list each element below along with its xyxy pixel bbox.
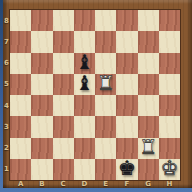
square-c1[interactable] bbox=[53, 159, 74, 180]
square-c7[interactable] bbox=[53, 31, 74, 52]
square-b7[interactable] bbox=[31, 31, 52, 52]
square-b6[interactable] bbox=[31, 53, 52, 74]
square-b5[interactable] bbox=[31, 74, 52, 95]
square-d6[interactable]: ♝ bbox=[74, 53, 95, 74]
square-e2[interactable] bbox=[95, 138, 116, 159]
chess-board-frame: 87654321 ♝♝♜♜♚♚ ABCDEFGH bbox=[3, 0, 192, 188]
square-g6[interactable] bbox=[138, 53, 159, 74]
square-e8[interactable] bbox=[95, 10, 116, 31]
rank-label-5: 5 bbox=[3, 74, 10, 95]
square-e5[interactable]: ♜ bbox=[95, 74, 116, 95]
square-b3[interactable] bbox=[31, 116, 52, 137]
square-a3[interactable] bbox=[10, 116, 31, 137]
square-b4[interactable] bbox=[31, 95, 52, 116]
square-b8[interactable] bbox=[31, 10, 52, 31]
square-g3[interactable] bbox=[138, 116, 159, 137]
square-f6[interactable] bbox=[116, 53, 137, 74]
white-rook-g2[interactable]: ♜ bbox=[139, 138, 157, 158]
square-d2[interactable] bbox=[74, 138, 95, 159]
square-f4[interactable] bbox=[116, 95, 137, 116]
square-c4[interactable] bbox=[53, 95, 74, 116]
square-c2[interactable] bbox=[53, 138, 74, 159]
file-label-e: E bbox=[95, 180, 116, 188]
square-e4[interactable] bbox=[95, 95, 116, 116]
square-g8[interactable] bbox=[138, 10, 159, 31]
file-label-b: B bbox=[31, 180, 52, 188]
square-a6[interactable] bbox=[10, 53, 31, 74]
square-e7[interactable] bbox=[95, 31, 116, 52]
square-f3[interactable] bbox=[116, 116, 137, 137]
square-h5[interactable] bbox=[159, 74, 180, 95]
square-c6[interactable] bbox=[53, 53, 74, 74]
square-d5[interactable]: ♝ bbox=[74, 74, 95, 95]
rank-label-3: 3 bbox=[3, 116, 10, 137]
white-king-h1[interactable]: ♚ bbox=[160, 159, 178, 179]
square-h3[interactable] bbox=[159, 116, 180, 137]
rank-label-6: 6 bbox=[3, 53, 10, 74]
square-c5[interactable] bbox=[53, 74, 74, 95]
square-c8[interactable] bbox=[53, 10, 74, 31]
square-f8[interactable] bbox=[116, 10, 137, 31]
square-d8[interactable] bbox=[74, 10, 95, 31]
square-b2[interactable] bbox=[31, 138, 52, 159]
square-h8[interactable] bbox=[159, 10, 180, 31]
square-g2[interactable]: ♜ bbox=[138, 138, 159, 159]
square-d7[interactable] bbox=[74, 31, 95, 52]
file-label-h: H bbox=[159, 180, 180, 188]
square-a1[interactable] bbox=[10, 159, 31, 180]
square-f2[interactable] bbox=[116, 138, 137, 159]
square-h1[interactable]: ♚ bbox=[159, 159, 180, 180]
file-label-c: C bbox=[53, 180, 74, 188]
square-a7[interactable] bbox=[10, 31, 31, 52]
square-h4[interactable] bbox=[159, 95, 180, 116]
square-a2[interactable] bbox=[10, 138, 31, 159]
square-b1[interactable] bbox=[31, 159, 52, 180]
square-a5[interactable] bbox=[10, 74, 31, 95]
file-label-d: D bbox=[74, 180, 95, 188]
file-label-f: F bbox=[116, 180, 137, 188]
file-label-g: G bbox=[138, 180, 159, 188]
square-d4[interactable] bbox=[74, 95, 95, 116]
square-f7[interactable] bbox=[116, 31, 137, 52]
square-g7[interactable] bbox=[138, 31, 159, 52]
square-a8[interactable] bbox=[10, 10, 31, 31]
square-g4[interactable] bbox=[138, 95, 159, 116]
square-h2[interactable] bbox=[159, 138, 180, 159]
rank-label-8: 8 bbox=[3, 10, 10, 31]
square-h6[interactable] bbox=[159, 53, 180, 74]
square-a4[interactable] bbox=[10, 95, 31, 116]
file-label-a: A bbox=[10, 180, 31, 188]
black-bishop-d5[interactable]: ♝ bbox=[75, 74, 93, 94]
board[interactable]: ♝♝♜♜♚♚ bbox=[10, 10, 180, 180]
square-c3[interactable] bbox=[53, 116, 74, 137]
rank-label-1: 1 bbox=[3, 159, 10, 180]
rank-label-4: 4 bbox=[3, 95, 10, 116]
rank-labels: 87654321 bbox=[3, 10, 10, 180]
square-e1[interactable] bbox=[95, 159, 116, 180]
square-d1[interactable] bbox=[74, 159, 95, 180]
app-background: 87654321 ♝♝♜♜♚♚ ABCDEFGH bbox=[0, 0, 192, 192]
black-bishop-d6[interactable]: ♝ bbox=[75, 53, 93, 73]
rank-label-2: 2 bbox=[3, 138, 10, 159]
square-h7[interactable] bbox=[159, 31, 180, 52]
square-f1[interactable]: ♚ bbox=[116, 159, 137, 180]
square-e3[interactable] bbox=[95, 116, 116, 137]
square-g1[interactable] bbox=[138, 159, 159, 180]
rank-label-7: 7 bbox=[3, 31, 10, 52]
square-e6[interactable] bbox=[95, 53, 116, 74]
square-g5[interactable] bbox=[138, 74, 159, 95]
file-labels: ABCDEFGH bbox=[10, 180, 180, 188]
black-king-f1[interactable]: ♚ bbox=[118, 159, 136, 179]
square-f5[interactable] bbox=[116, 74, 137, 95]
white-rook-e5[interactable]: ♜ bbox=[97, 74, 115, 94]
square-d3[interactable] bbox=[74, 116, 95, 137]
